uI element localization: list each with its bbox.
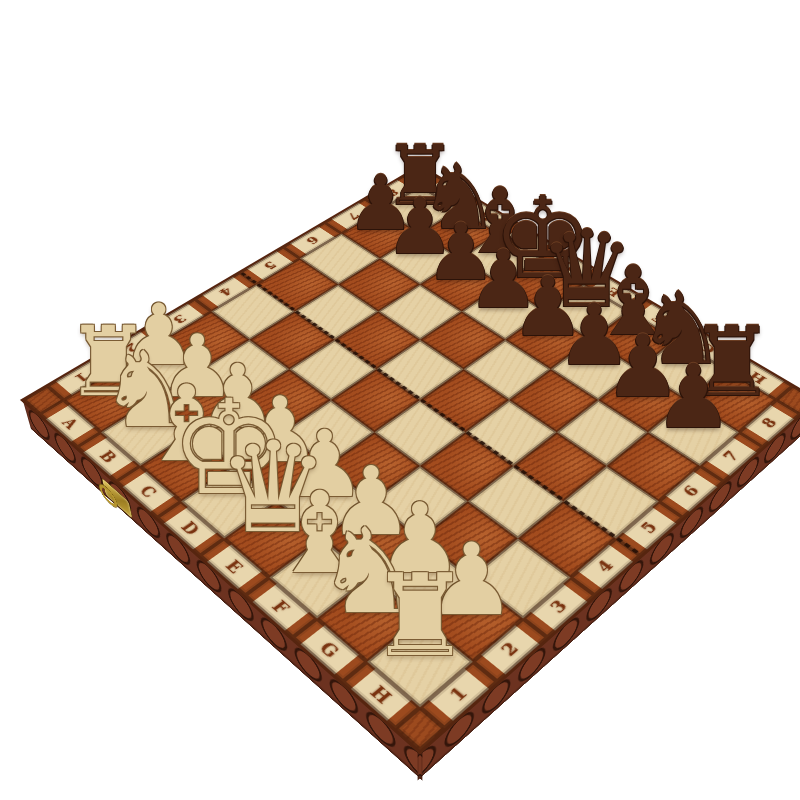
square-c2[interactable] [192, 400, 283, 466]
file-label-text: F [651, 313, 670, 326]
square-f4[interactable] [420, 432, 513, 501]
file-label-text: B [477, 210, 496, 222]
square-c1[interactable] [140, 432, 233, 501]
product-photo-scene: ABCDEFGH8877665544332211ABCDEFGH [0, 0, 800, 800]
square-e4[interactable] [374, 400, 465, 466]
square-g5[interactable] [513, 432, 606, 501]
square-f3[interactable] [372, 466, 468, 538]
square-g2[interactable] [370, 538, 470, 618]
square-h5[interactable] [563, 466, 659, 538]
square-h1[interactable] [367, 618, 473, 707]
rank-label-text: 5 [261, 260, 279, 272]
rank-label-text: 4 [594, 557, 617, 575]
rank-label-text: 1 [447, 684, 472, 705]
square-f1[interactable] [269, 538, 369, 618]
square-g6[interactable] [557, 400, 648, 466]
rank-label-text: 6 [680, 483, 702, 499]
file-label-text: D [178, 519, 203, 538]
rank-label-text: 2 [122, 341, 141, 354]
square-d1[interactable] [181, 466, 277, 538]
chess-board: ABCDEFGH8877665544332211ABCDEFGH [20, 165, 800, 755]
file-label-text: E [604, 285, 623, 298]
rank-label-text: 3 [547, 597, 571, 616]
rank-label-text: 7 [345, 211, 363, 222]
square-g3[interactable] [420, 501, 518, 577]
file-label-text: B [97, 448, 120, 465]
rank-label-text: 3 [170, 313, 189, 326]
square-e3[interactable] [327, 432, 420, 501]
file-label-text: A [59, 415, 81, 431]
square-h3[interactable] [470, 538, 570, 618]
file-label-text: A [438, 187, 456, 198]
file-label-text: H [747, 370, 770, 386]
rank-label-text: 2 [498, 640, 522, 660]
file-label-text: G [698, 341, 719, 356]
file-label-text: E [222, 557, 246, 576]
square-d2[interactable] [233, 432, 326, 501]
board-surface: ABCDEFGH8877665544332211ABCDEFGH [20, 165, 800, 755]
square-b1[interactable] [101, 400, 192, 466]
square-d3[interactable] [283, 400, 374, 466]
file-label-text: C [518, 234, 537, 246]
file-label-text: D [560, 259, 580, 272]
square-g1[interactable] [317, 577, 420, 661]
rank-label-text: 8 [759, 416, 780, 431]
square-h6[interactable] [607, 432, 700, 501]
square-h4[interactable] [518, 501, 616, 577]
square-f2[interactable] [322, 501, 420, 577]
square-e2[interactable] [277, 466, 373, 538]
square-f5[interactable] [466, 400, 557, 466]
file-label-text: H [367, 682, 395, 706]
square-h7[interactable] [648, 400, 739, 466]
rank-label-text: 1 [72, 371, 91, 385]
file-label-text: F [269, 597, 293, 616]
file-label-text: C [137, 483, 160, 500]
square-h2[interactable] [420, 577, 523, 661]
square-g4[interactable] [468, 466, 564, 538]
file-label-text: G [316, 639, 342, 661]
rank-label-text: 7 [721, 449, 743, 465]
rank-label-text: 6 [304, 235, 322, 246]
rank-label-text: 4 [217, 286, 235, 298]
square-e1[interactable] [224, 501, 322, 577]
rank-label-text: 8 [384, 188, 401, 198]
rank-label-text: 5 [638, 519, 661, 536]
